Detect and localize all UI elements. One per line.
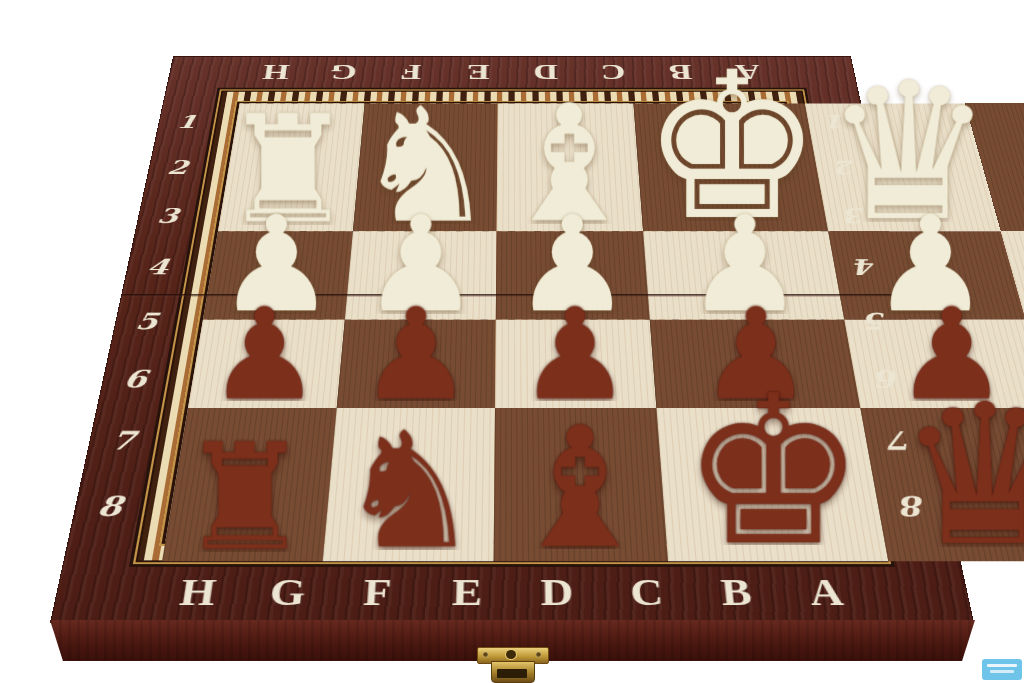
clasp-screw-right: [536, 652, 541, 657]
piece-black-knight-g8[interactable]: ♞: [337, 412, 480, 572]
rank-label-left-2: 2: [147, 156, 207, 178]
piece-white-bishop-c1[interactable]: ♝: [995, 83, 1024, 245]
file-label-bottom-h: H: [149, 568, 246, 618]
brass-clasp: [477, 647, 547, 683]
square-h7[interactable]: ♟: [188, 320, 345, 408]
piece-black-bishop-f8[interactable]: ♝: [505, 405, 654, 572]
file-label-bottom-f: F: [330, 568, 423, 618]
piece-black-queen-d8[interactable]: ♛: [897, 379, 1024, 573]
rank-label-left-6: 6: [101, 365, 169, 393]
file-label-bottom-c: C: [601, 568, 694, 618]
clasp-hasp-slot: [497, 669, 527, 678]
chess-board: ♜♞♝♚♛♝♞♜♟♟♟♟♟♟♟♟♟♟♟♟♟♟♟♟♜♞♝♚♛♝♞♜: [162, 102, 863, 544]
watermark-badge: [982, 659, 1022, 680]
rank-label-left-8: 8: [73, 490, 146, 522]
square-f8[interactable]: ♝: [493, 408, 668, 561]
rank-label-left-4: 4: [126, 255, 190, 280]
file-label-bottom-b: B: [689, 568, 784, 618]
file-label-bottom-a: A: [778, 568, 875, 618]
square-g8[interactable]: ♞: [323, 408, 495, 561]
rank-label-left-1: 1: [158, 111, 216, 132]
square-d8[interactable]: ♛: [860, 408, 1024, 561]
clasp-hasp: [491, 661, 535, 683]
piece-black-pawn-h7[interactable]: ♟: [208, 292, 321, 418]
rank-label-left-3: 3: [137, 204, 199, 227]
clasp-keyhole: [506, 650, 516, 659]
file-label-bottom-g: G: [240, 568, 335, 618]
piece-black-king-e8[interactable]: ♚: [682, 368, 866, 573]
file-label-bottom-e: E: [421, 568, 512, 618]
square-g7[interactable]: ♟: [337, 320, 496, 408]
chess-set-photo: ♜♞♝♚♛♝♞♜♟♟♟♟♟♟♟♟♟♟♟♟♟♟♟♟♜♞♝♚♛♝♞♜ 11HH22G…: [0, 0, 1024, 683]
file-label-bottom-d: D: [512, 568, 603, 618]
clasp-screw-left: [483, 652, 488, 657]
square-e8[interactable]: ♚: [657, 408, 889, 561]
rank-label-left-7: 7: [87, 426, 158, 456]
board-plane: ♜♞♝♚♛♝♞♜♟♟♟♟♟♟♟♟♟♟♟♟♟♟♟♟♜♞♝♚♛♝♞♜ 11HH22G…: [51, 57, 972, 622]
rank-label-left-5: 5: [114, 308, 180, 334]
square-h8[interactable]: ♜: [162, 408, 337, 561]
file-label-top-h: H: [240, 58, 312, 86]
